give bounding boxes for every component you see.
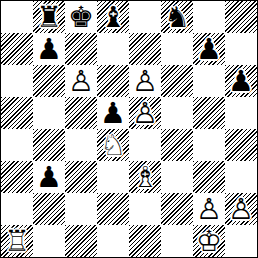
- square-c1[interactable]: [65, 225, 97, 257]
- square-g8[interactable]: [193, 1, 225, 33]
- square-c7[interactable]: [65, 33, 97, 65]
- square-c3[interactable]: [65, 161, 97, 193]
- square-d6[interactable]: [97, 65, 129, 97]
- square-d2[interactable]: [97, 193, 129, 225]
- square-e5[interactable]: ♟♙: [129, 97, 161, 129]
- square-g4[interactable]: [193, 129, 225, 161]
- square-d8[interactable]: ♝: [97, 1, 129, 33]
- piece-white-king: ♔: [193, 225, 225, 257]
- square-c8[interactable]: ♚: [65, 1, 97, 33]
- square-c6[interactable]: ♟♙: [65, 65, 97, 97]
- piece-fill-backdrop: ♚: [193, 225, 225, 257]
- piece-black-king: ♚: [65, 1, 97, 33]
- piece-fill-backdrop: ♝: [129, 161, 161, 193]
- piece-black-pawn: ♟: [33, 33, 65, 65]
- square-h3[interactable]: [225, 161, 257, 193]
- piece-white-pawn: ♙: [129, 65, 161, 97]
- square-h2[interactable]: ♟♙: [225, 193, 257, 225]
- square-c5[interactable]: [65, 97, 97, 129]
- piece-white-pawn: ♙: [129, 97, 161, 129]
- piece-white-pawn: ♙: [193, 193, 225, 225]
- square-c4[interactable]: [65, 129, 97, 161]
- square-b8[interactable]: ♜: [33, 1, 65, 33]
- square-g2[interactable]: ♟♙: [193, 193, 225, 225]
- square-h5[interactable]: [225, 97, 257, 129]
- square-g3[interactable]: [193, 161, 225, 193]
- square-a7[interactable]: [1, 33, 33, 65]
- piece-fill-backdrop: ♟: [65, 65, 97, 97]
- piece-white-bishop: ♗: [129, 161, 161, 193]
- square-e7[interactable]: [129, 33, 161, 65]
- square-g5[interactable]: [193, 97, 225, 129]
- square-h6[interactable]: ♟: [225, 65, 257, 97]
- square-a1[interactable]: ♜♖: [1, 225, 33, 257]
- square-f5[interactable]: [161, 97, 193, 129]
- square-b1[interactable]: [33, 225, 65, 257]
- square-a4[interactable]: [1, 129, 33, 161]
- piece-fill-backdrop: ♟: [225, 193, 257, 225]
- piece-black-pawn: ♟: [193, 33, 225, 65]
- piece-white-pawn: ♙: [225, 193, 257, 225]
- square-c2[interactable]: [65, 193, 97, 225]
- square-h4[interactable]: [225, 129, 257, 161]
- square-e2[interactable]: [129, 193, 161, 225]
- piece-white-rook: ♖: [1, 225, 33, 257]
- piece-fill-backdrop: ♞: [97, 129, 129, 161]
- square-a5[interactable]: [1, 97, 33, 129]
- square-b7[interactable]: ♟: [33, 33, 65, 65]
- square-f7[interactable]: [161, 33, 193, 65]
- square-a6[interactable]: [1, 65, 33, 97]
- square-b2[interactable]: [33, 193, 65, 225]
- square-f4[interactable]: [161, 129, 193, 161]
- square-b4[interactable]: [33, 129, 65, 161]
- square-e6[interactable]: ♟♙: [129, 65, 161, 97]
- piece-white-pawn: ♙: [65, 65, 97, 97]
- piece-white-knight: ♘: [97, 129, 129, 161]
- square-d1[interactable]: [97, 225, 129, 257]
- square-f8[interactable]: ♞: [161, 1, 193, 33]
- square-e4[interactable]: [129, 129, 161, 161]
- square-e8[interactable]: [129, 1, 161, 33]
- square-g1[interactable]: ♚♔: [193, 225, 225, 257]
- square-d4[interactable]: ♞♘: [97, 129, 129, 161]
- square-d3[interactable]: [97, 161, 129, 193]
- square-f3[interactable]: [161, 161, 193, 193]
- piece-fill-backdrop: ♟: [193, 193, 225, 225]
- square-h7[interactable]: [225, 33, 257, 65]
- square-e3[interactable]: ♝♗: [129, 161, 161, 193]
- piece-fill-backdrop: ♜: [1, 225, 33, 257]
- piece-black-pawn: ♟: [97, 97, 129, 129]
- square-b5[interactable]: [33, 97, 65, 129]
- square-h1[interactable]: [225, 225, 257, 257]
- square-h8[interactable]: [225, 1, 257, 33]
- piece-black-knight: ♞: [161, 1, 193, 33]
- square-g7[interactable]: ♟: [193, 33, 225, 65]
- square-a8[interactable]: [1, 1, 33, 33]
- square-d5[interactable]: ♟: [97, 97, 129, 129]
- piece-fill-backdrop: ♟: [129, 97, 161, 129]
- square-f1[interactable]: [161, 225, 193, 257]
- square-d7[interactable]: [97, 33, 129, 65]
- square-e1[interactable]: [129, 225, 161, 257]
- square-b6[interactable]: [33, 65, 65, 97]
- piece-black-pawn: ♟: [33, 161, 65, 193]
- piece-fill-backdrop: ♟: [129, 65, 161, 97]
- piece-black-bishop: ♝: [97, 1, 129, 33]
- square-f6[interactable]: [161, 65, 193, 97]
- piece-black-pawn: ♟: [225, 65, 257, 97]
- square-a3[interactable]: [1, 161, 33, 193]
- square-a2[interactable]: [1, 193, 33, 225]
- chess-board: ♜♚♝♞♟♟♟♙♟♙♟♟♟♙♞♘♟♝♗♟♙♟♙♜♖♚♔: [0, 0, 258, 258]
- square-f2[interactable]: [161, 193, 193, 225]
- square-g6[interactable]: [193, 65, 225, 97]
- square-b3[interactable]: ♟: [33, 161, 65, 193]
- piece-black-rook: ♜: [33, 1, 65, 33]
